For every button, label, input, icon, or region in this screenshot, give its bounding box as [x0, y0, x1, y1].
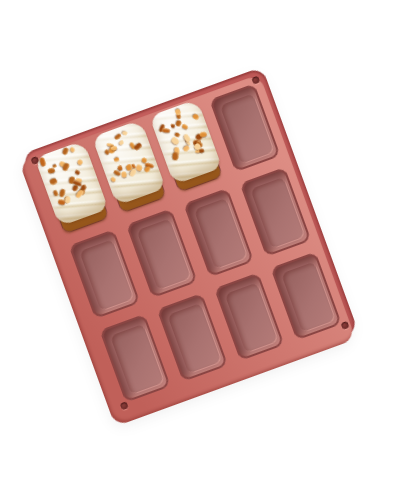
cavity-floor: [110, 323, 165, 395]
pecan-nut-piece: [182, 145, 189, 152]
pecan-nut-piece: [113, 157, 119, 162]
pecan-nut-piece: [181, 123, 188, 129]
cavity-r2c3: [183, 188, 254, 277]
pecan-nut-piece: [110, 177, 117, 184]
cavity-r2c1: [69, 230, 140, 319]
cavity-r2c4: [240, 167, 311, 256]
cavity-floor: [220, 93, 275, 165]
pecan-nut-piece: [39, 157, 46, 167]
pecan-nut-piece: [58, 199, 65, 205]
pecan-nut-piece: [199, 148, 205, 153]
pecan-nut-piece: [49, 178, 58, 186]
pecan-nut-piece: [69, 147, 75, 153]
pecan-nut-piece: [133, 142, 143, 151]
pecan-nut-piece: [81, 183, 87, 189]
cavity-r3c4: [271, 251, 342, 340]
pecan-nut-piece: [183, 133, 192, 143]
pecan-nut-piece: [174, 108, 181, 115]
cavity-floor: [281, 261, 336, 333]
cavity-floor: [224, 282, 279, 354]
pecan-nut-piece: [65, 196, 71, 203]
cavity-floor: [136, 219, 191, 291]
pecan-nut-piece: [77, 158, 84, 165]
pecan-nut-piece: [162, 128, 170, 133]
cavity-floor: [193, 198, 248, 270]
cavity-r3c3: [213, 272, 284, 361]
pecan-nut-piece: [175, 120, 182, 128]
product-photo-stage: [0, 0, 400, 500]
pecan-nut-piece: [118, 140, 124, 146]
pecan-nut-piece: [173, 152, 179, 161]
pecan-nut-piece: [141, 157, 147, 163]
cavity-floor: [167, 303, 222, 375]
cavity-grid: [21, 67, 358, 420]
cavity-r3c1: [99, 314, 170, 403]
pecan-nut-piece: [62, 147, 69, 155]
cavity-r2c2: [126, 209, 197, 298]
pecan-nut-piece: [74, 169, 80, 175]
pecan-nut-piece: [121, 171, 126, 177]
pecan-nut-piece: [48, 168, 55, 174]
cavity-r1c3: [152, 104, 223, 193]
pecan-nut-piece: [170, 136, 180, 146]
silicone-mold: [21, 67, 358, 420]
cavity-r1c4: [209, 83, 280, 172]
cavity-floor: [79, 239, 134, 311]
pecan-nut-piece: [52, 163, 57, 168]
pecan-nut-piece: [192, 113, 200, 121]
pecan-nut-piece: [136, 163, 144, 171]
cavity-r3c2: [156, 293, 227, 382]
cavity-floor: [251, 177, 306, 249]
pecan-nut-piece: [53, 189, 59, 196]
pecan-nut-piece: [122, 131, 128, 137]
